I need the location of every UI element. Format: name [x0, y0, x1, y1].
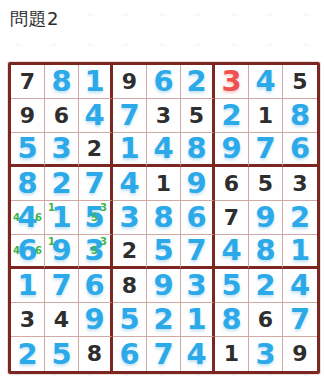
cell-value: 2	[221, 101, 241, 130]
cell-value: 6	[17, 236, 37, 265]
cell-r1c4[interactable]: 9	[113, 65, 147, 99]
cell-value: 5	[17, 134, 37, 163]
cell-r3c2[interactable]: 3	[45, 133, 79, 167]
cell-value: 8	[221, 305, 241, 334]
cell-value: 8	[153, 203, 173, 232]
cell-r4c2[interactable]: 2	[45, 167, 79, 201]
cell-value: 1	[186, 305, 206, 334]
cell-r1c2[interactable]: 8	[45, 65, 79, 99]
cell-r2c7[interactable]: 2	[215, 99, 249, 133]
cell-r8c5[interactable]: 2	[147, 303, 181, 337]
cell-value: 6	[119, 340, 139, 369]
cell-value: 3	[20, 309, 35, 331]
cell-value: 1	[258, 105, 273, 127]
cell-r1c1[interactable]: 7	[11, 65, 45, 99]
cell-r9c4[interactable]: 6	[113, 337, 147, 371]
cell-value: 7	[255, 134, 275, 163]
cell-r2c1[interactable]: 9	[11, 99, 45, 133]
cell-value: 6	[258, 309, 273, 331]
cell-value: 2	[51, 169, 71, 198]
cell-r9c6[interactable]: 4	[181, 337, 215, 371]
cell-value: 9	[51, 236, 71, 265]
cell-r3c4[interactable]: 1	[113, 133, 147, 167]
cell-value: 2	[290, 203, 310, 232]
cell-value: 4	[153, 134, 173, 163]
cell-r5c9[interactable]: 2	[283, 201, 317, 235]
cell-r8c1[interactable]: 3	[11, 303, 45, 337]
cell-r6c1[interactable]: 646	[11, 235, 45, 269]
cell-r6c6[interactable]: 7	[181, 235, 215, 269]
cell-value: 9	[84, 305, 104, 334]
cell-r4c4[interactable]: 4	[113, 167, 147, 201]
cell-r6c3[interactable]: 335	[79, 235, 113, 269]
cell-value: 7	[84, 169, 104, 198]
cell-value: 1	[224, 343, 239, 365]
cell-value: 5	[189, 105, 204, 127]
cell-r8c6[interactable]: 1	[181, 303, 215, 337]
cell-value: 3	[186, 271, 206, 300]
cell-value: 8	[186, 134, 206, 163]
cell-r5c2[interactable]: 11	[45, 201, 79, 235]
cell-value: 9	[292, 343, 307, 365]
cell-value: 6	[54, 105, 69, 127]
cell-r5c4[interactable]: 3	[113, 201, 147, 235]
cell-value: 4	[54, 309, 69, 331]
cell-r9c1[interactable]: 2	[11, 337, 45, 371]
cell-r2c3[interactable]: 4	[79, 99, 113, 133]
cell-r9c8[interactable]: 3	[249, 337, 283, 371]
cell-value: 7	[119, 101, 139, 130]
cell-value: 8	[122, 275, 137, 297]
cell-r8c7[interactable]: 8	[215, 303, 249, 337]
cell-r1c3[interactable]: 1	[79, 65, 113, 99]
cell-value: 5	[221, 271, 241, 300]
cell-r9c2[interactable]: 5	[45, 337, 79, 371]
cell-value: 9	[255, 203, 275, 232]
cell-value: 4	[221, 236, 241, 265]
cell-r2c4[interactable]: 7	[113, 99, 147, 133]
cell-r3c3[interactable]: 2	[79, 133, 113, 167]
cell-r7c1[interactable]: 1	[11, 269, 45, 303]
cell-r6c7[interactable]: 4	[215, 235, 249, 269]
cell-r8c2[interactable]: 4	[45, 303, 79, 337]
cell-value: 5	[292, 71, 307, 93]
cell-r7c8[interactable]: 2	[249, 269, 283, 303]
cell-value: 4	[186, 340, 206, 369]
cell-r6c4[interactable]: 2	[113, 235, 147, 269]
cell-value: 2	[122, 240, 137, 262]
cell-value: 3	[156, 105, 171, 127]
cell-value: 7	[224, 207, 239, 229]
cell-r2c9[interactable]: 8	[283, 99, 317, 133]
cell-value: 4	[17, 203, 37, 232]
cell-value: 9	[20, 105, 35, 127]
cell-r4c6[interactable]: 9	[181, 167, 215, 201]
cell-value: 8	[87, 343, 102, 365]
cell-value: 2	[87, 138, 102, 160]
cell-r8c9[interactable]: 7	[283, 303, 317, 337]
cell-value: 4	[290, 271, 310, 300]
page-title: 問題2	[10, 7, 59, 31]
cell-value: 7	[186, 236, 206, 265]
cell-r4c1[interactable]: 8	[11, 167, 45, 201]
cell-r5c7[interactable]: 7	[215, 201, 249, 235]
cell-value: 7	[153, 340, 173, 369]
cell-r7c7[interactable]: 5	[215, 269, 249, 303]
cell-r6c2[interactable]: 91	[45, 235, 79, 269]
cell-value: 5	[119, 305, 139, 334]
cell-value: 6	[153, 67, 173, 96]
cell-r1c9[interactable]: 5	[283, 65, 317, 99]
cell-value: 9	[122, 71, 137, 93]
cell-value: 3	[119, 203, 139, 232]
cell-r8c4[interactable]: 5	[113, 303, 147, 337]
cell-r4c3[interactable]: 7	[79, 167, 113, 201]
cell-value: 8	[255, 236, 275, 265]
cell-value: 1	[84, 67, 104, 96]
cell-r9c5[interactable]: 7	[147, 337, 181, 371]
sudoku-board: 7819623459647352185321489768274196534461…	[8, 62, 320, 374]
cell-value: 3	[51, 134, 71, 163]
cell-r2c2[interactable]: 6	[45, 99, 79, 133]
cell-value: 4	[255, 67, 275, 96]
cell-r2c8[interactable]: 1	[249, 99, 283, 133]
cell-r6c8[interactable]: 8	[249, 235, 283, 269]
cell-r7c4[interactable]: 8	[113, 269, 147, 303]
cell-value: 3	[292, 173, 307, 195]
cell-value: 1	[119, 134, 139, 163]
cell-r4c5[interactable]: 1	[147, 167, 181, 201]
cell-r3c6[interactable]: 8	[181, 133, 215, 167]
cell-value: 6	[224, 173, 239, 195]
cell-r4c8[interactable]: 5	[249, 167, 283, 201]
cell-r8c3[interactable]: 9	[79, 303, 113, 337]
cell-r3c7[interactable]: 9	[215, 133, 249, 167]
cell-value: 2	[255, 271, 275, 300]
cell-r3c5[interactable]: 4	[147, 133, 181, 167]
cell-r1c7[interactable]: 3	[215, 65, 249, 99]
cell-value: 8	[290, 101, 310, 130]
cell-r3c1[interactable]: 5	[11, 133, 45, 167]
cell-value: 3	[221, 67, 241, 96]
cell-r1c5[interactable]: 6	[147, 65, 181, 99]
cell-value: 7	[290, 305, 310, 334]
cell-r7c6[interactable]: 3	[181, 269, 215, 303]
cell-value: 5	[51, 340, 71, 369]
cell-value: 2	[17, 340, 37, 369]
cell-value: 1	[17, 271, 37, 300]
cell-value: 2	[186, 67, 206, 96]
cell-r5c8[interactable]: 9	[249, 201, 283, 235]
cell-r7c5[interactable]: 9	[147, 269, 181, 303]
cell-r1c6[interactable]: 2	[181, 65, 215, 99]
cell-value: 9	[153, 271, 173, 300]
cell-r5c6[interactable]: 6	[181, 201, 215, 235]
cell-value: 1	[290, 236, 310, 265]
cell-r3c9[interactable]: 6	[283, 133, 317, 167]
cell-value: 5	[84, 203, 104, 232]
cell-r1c8[interactable]: 4	[249, 65, 283, 99]
cell-r8c8[interactable]: 6	[249, 303, 283, 337]
cell-value: 9	[221, 134, 241, 163]
cell-r7c9[interactable]: 4	[283, 269, 317, 303]
cell-value: 2	[153, 305, 173, 334]
cell-value: 8	[51, 67, 71, 96]
cell-value: 3	[84, 236, 104, 265]
cell-value: 6	[84, 271, 104, 300]
cell-r5c1[interactable]: 446	[11, 201, 45, 235]
cell-value: 8	[17, 169, 37, 198]
cell-r4c7[interactable]: 6	[215, 167, 249, 201]
cell-r6c9[interactable]: 1	[283, 235, 317, 269]
cell-value: 1	[51, 203, 71, 232]
cell-value: 4	[84, 101, 104, 130]
cell-value: 6	[290, 134, 310, 163]
cell-r4c9[interactable]: 3	[283, 167, 317, 201]
cell-value: 4	[119, 169, 139, 198]
cell-r3c8[interactable]: 7	[249, 133, 283, 167]
cell-r9c3[interactable]: 8	[79, 337, 113, 371]
cell-value: 3	[255, 340, 275, 369]
cell-value: 5	[153, 236, 173, 265]
cell-r2c6[interactable]: 5	[181, 99, 215, 133]
cell-r9c7[interactable]: 1	[215, 337, 249, 371]
cell-r5c3[interactable]: 535	[79, 201, 113, 235]
cell-value: 7	[20, 71, 35, 93]
cell-r7c2[interactable]: 7	[45, 269, 79, 303]
cell-r7c3[interactable]: 6	[79, 269, 113, 303]
cell-value: 9	[186, 169, 206, 198]
cell-r5c5[interactable]: 8	[147, 201, 181, 235]
cell-r2c5[interactable]: 3	[147, 99, 181, 133]
cell-value: 7	[51, 271, 71, 300]
cell-value: 5	[258, 173, 273, 195]
cell-value: 6	[186, 203, 206, 232]
cell-r9c9[interactable]: 9	[283, 337, 317, 371]
cell-r6c5[interactable]: 5	[147, 235, 181, 269]
cell-value: 1	[156, 173, 171, 195]
